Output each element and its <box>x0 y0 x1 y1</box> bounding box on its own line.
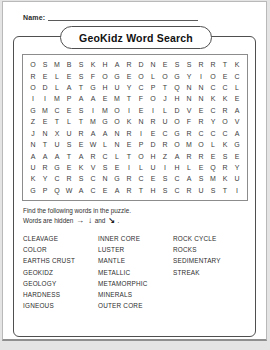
grid-cell-letter: R <box>147 116 159 127</box>
grid-cell-letter: G <box>111 173 123 184</box>
page-title: GeoKidz Word Search <box>79 32 193 44</box>
grid-cell-letter: Q <box>51 185 63 196</box>
instructions-and-word: and <box>95 217 106 224</box>
word-list-item: MINERALS <box>98 289 173 300</box>
grid-cell-letter: E <box>39 70 51 81</box>
grid-cell-letter: A <box>75 185 87 196</box>
grid-cell-letter: A <box>87 128 99 139</box>
worksheet-paper: Name: GeoKidz Word Search OSMBSKHARDNESS… <box>2 1 267 341</box>
grid-cell-letter: H <box>171 93 183 104</box>
name-blank-line <box>48 11 198 21</box>
grid-cell-letter: N <box>195 82 207 93</box>
grid-cell-letter: U <box>159 116 171 127</box>
grid-cell-letter: P <box>39 185 51 196</box>
grid-cell-letter: Q <box>207 162 219 173</box>
grid-cell-letter: G <box>51 162 63 173</box>
grid-cell-letter: R <box>183 185 195 196</box>
grid-cell-letter: H <box>147 185 159 196</box>
grid-cell-letter: Z <box>159 150 171 161</box>
instructions-line1: Find the following words in the puzzle. <box>23 206 131 216</box>
word-list-item: METAMORPHIC <box>98 278 173 289</box>
grid-cell-letter: A <box>183 173 195 184</box>
grid-cell-letter: R <box>207 59 219 70</box>
grid-cell-letter: S <box>39 59 51 70</box>
name-label: Name: <box>23 14 45 21</box>
grid-cell-letter: E <box>63 70 75 81</box>
word-list-item: CLEAVAGE <box>23 233 98 244</box>
grid-cell-letter: M <box>207 173 219 184</box>
grid-cell-letter: K <box>75 162 87 173</box>
grid-cell-letter: H <box>147 150 159 161</box>
grid-cell-letter: U <box>63 128 75 139</box>
grid-cell-letter: K <box>87 59 99 70</box>
grid-cell-letter: E <box>123 139 135 150</box>
word-list-item: STREAK <box>173 267 248 278</box>
grid-cell-letter: S <box>159 185 171 196</box>
grid-cell-letter: E <box>75 139 87 150</box>
grid-cell-letter: C <box>231 70 243 81</box>
grid-cell-letter: K <box>219 93 231 104</box>
word-list-item: COLOR <box>23 244 98 255</box>
grid-cell-letter: E <box>195 105 207 116</box>
grid-cell-letter: Q <box>171 82 183 93</box>
grid-cell-letter: G <box>231 139 243 150</box>
grid-cell-letter: A <box>231 105 243 116</box>
letter-grid: OSMBSKHARDNESSRRTKRELESFOGEOLOGYIOECODLA… <box>27 59 243 196</box>
grid-cell-letter: O <box>27 82 39 93</box>
word-list-item: MANTLE <box>98 255 173 266</box>
grid-cell-letter: O <box>27 59 39 70</box>
instructions-line2-prefix: Words are hidden <box>23 217 73 224</box>
grid-cell-letter: S <box>75 173 87 184</box>
grid-cell-letter: S <box>159 173 171 184</box>
grid-cell-letter: R <box>63 173 75 184</box>
grid-cell-letter: H <box>99 82 111 93</box>
grid-cell-letter: A <box>231 128 243 139</box>
grid-cell-letter: O <box>171 116 183 127</box>
grid-cell-letter: B <box>63 59 75 70</box>
grid-cell-letter: M <box>51 93 63 104</box>
grid-cell-letter: M <box>51 59 63 70</box>
grid-cell-letter: S <box>75 59 87 70</box>
grid-cell-letter: K <box>123 116 135 127</box>
grid-cell-letter: K <box>207 93 219 104</box>
grid-cell-letter: R <box>195 150 207 161</box>
puzzle-grid-box: OSMBSKHARDNESSRRTKRELESFOGEOLOGYIOECODLA… <box>22 54 248 201</box>
grid-cell-letter: N <box>111 139 123 150</box>
grid-cell-letter: T <box>75 116 87 127</box>
grid-cell-letter: R <box>183 128 195 139</box>
word-list-item: ROCKS <box>173 244 248 255</box>
grid-cell-letter: R <box>27 70 39 81</box>
grid-cell-letter: L <box>111 150 123 161</box>
instructions-line2: Words are hidden → ↓ and ↘ . <box>23 216 131 226</box>
word-list-item: EARTHS CRUST <box>23 255 98 266</box>
grid-cell-letter: G <box>27 185 39 196</box>
word-list-item: ROCK CYCLE <box>173 233 248 244</box>
grid-cell-letter: M <box>183 139 195 150</box>
grid-cell-letter: K <box>219 139 231 150</box>
grid-cell-letter: C <box>219 128 231 139</box>
grid-cell-letter: P <box>63 93 75 104</box>
grid-cell-letter: V <box>87 162 99 173</box>
grid-cell-letter: G <box>171 128 183 139</box>
grid-cell-letter: R <box>195 59 207 70</box>
grid-cell-letter: C <box>171 185 183 196</box>
grid-cell-letter: O <box>159 70 171 81</box>
grid-cell-letter: O <box>171 139 183 150</box>
word-list-item: INNER CORE <box>98 233 173 244</box>
grid-cell-letter: M <box>99 105 111 116</box>
word-list-item: IGNEOUS <box>23 300 98 311</box>
grid-cell-letter: C <box>51 173 63 184</box>
grid-cell-letter: C <box>195 128 207 139</box>
grid-cell-letter: E <box>219 70 231 81</box>
grid-cell-letter: I <box>147 105 159 116</box>
name-row: Name: <box>23 11 198 21</box>
grid-cell-letter: F <box>87 70 99 81</box>
grid-cell-letter: A <box>87 93 99 104</box>
grid-cell-letter: R <box>123 128 135 139</box>
grid-cell-letter: L <box>147 70 159 81</box>
grid-cell-letter: I <box>195 70 207 81</box>
grid-cell-letter: I <box>159 162 171 173</box>
grid-cell-letter: E <box>111 162 123 173</box>
grid-cell-letter: E <box>99 185 111 196</box>
grid-cell-letter: C <box>207 82 219 93</box>
word-list-item: LUSTER <box>98 244 173 255</box>
instructions-period: . <box>118 217 120 224</box>
grid-cell-letter: C <box>87 173 99 184</box>
grid-cell-letter: J <box>27 128 39 139</box>
grid-cell-letter: T <box>219 185 231 196</box>
grid-cell-letter: U <box>147 162 159 173</box>
grid-cell-letter: Y <box>183 70 195 81</box>
grid-cell-letter: R <box>219 105 231 116</box>
instructions: Find the following words in the puzzle. … <box>23 206 131 225</box>
grid-cell-letter: O <box>195 139 207 150</box>
grid-cell-letter: E <box>135 105 147 116</box>
grid-cell-letter: A <box>99 128 111 139</box>
grid-cell-letter: A <box>39 150 51 161</box>
grid-cell-letter: E <box>123 70 135 81</box>
grid-cell-letter: I <box>39 93 51 104</box>
grid-cell-letter: V <box>183 105 195 116</box>
grid-cell-letter: L <box>63 116 75 127</box>
grid-cell-letter: D <box>171 105 183 116</box>
grid-cell-letter: S <box>171 59 183 70</box>
grid-cell-letter: E <box>231 150 243 161</box>
grid-cell-letter: I <box>123 162 135 173</box>
grid-cell-letter: F <box>135 93 147 104</box>
grid-cell-letter: J <box>159 93 171 104</box>
grid-cell-letter: R <box>195 116 207 127</box>
grid-cell-letter: S <box>219 150 231 161</box>
word-list-column: ROCK CYCLEROCKSSEDIMENTARYSTREAK <box>173 233 248 311</box>
grid-cell-letter: O <box>99 70 111 81</box>
grid-cell-letter: T <box>135 185 147 196</box>
grid-cell-letter: Z <box>27 116 39 127</box>
grid-cell-letter: L <box>231 82 243 93</box>
grid-cell-letter: M <box>87 116 99 127</box>
grid-cell-letter: M <box>111 93 123 104</box>
grid-cell-letter: E <box>99 93 111 104</box>
grid-cell-letter: R <box>123 173 135 184</box>
grid-cell-letter: S <box>183 59 195 70</box>
grid-cell-letter: W <box>63 185 75 196</box>
grid-cell-letter: S <box>99 162 111 173</box>
grid-cell-letter: E <box>147 173 159 184</box>
word-list-column: CLEAVAGECOLOREARTHS CRUSTGEOKIDZGEOLOGYH… <box>23 233 98 311</box>
grid-cell-letter: A <box>111 59 123 70</box>
grid-cell-letter: R <box>123 185 135 196</box>
grid-cell-letter: N <box>111 128 123 139</box>
grid-cell-letter: W <box>87 139 99 150</box>
grid-cell-letter: N <box>147 59 159 70</box>
grid-cell-letter: C <box>159 128 171 139</box>
grid-cell-letter: I <box>135 128 147 139</box>
grid-cell-letter: T <box>123 93 135 104</box>
grid-cell-letter: T <box>39 139 51 150</box>
grid-cell-letter: E <box>63 105 75 116</box>
grid-cell-letter: G <box>99 116 111 127</box>
arrow-right-icon: → <box>75 216 85 225</box>
grid-cell-letter: T <box>63 150 75 161</box>
grid-cell-letter: H <box>99 59 111 70</box>
grid-cell-letter: L <box>99 139 111 150</box>
grid-cell-letter: C <box>135 82 147 93</box>
grid-cell-letter: L <box>183 162 195 173</box>
grid-cell-letter: X <box>51 128 63 139</box>
grid-cell-letter: I <box>123 105 135 116</box>
grid-cell-letter: C <box>207 128 219 139</box>
grid-cell-letter: D <box>147 139 159 150</box>
grid-cell-letter: T <box>219 59 231 70</box>
grid-cell-letter: K <box>231 59 243 70</box>
grid-cell-letter: M <box>39 105 51 116</box>
grid-cell-letter: D <box>39 82 51 93</box>
grid-cell-letter: C <box>99 150 111 161</box>
grid-cell-letter: R <box>87 150 99 161</box>
grid-cell-letter: T <box>123 150 135 161</box>
grid-cell-letter: G <box>27 105 39 116</box>
grid-cell-letter: R <box>39 162 51 173</box>
grid-cell-letter: R <box>159 139 171 150</box>
grid-cell-letter: A <box>171 150 183 161</box>
grid-cell-letter: A <box>51 150 63 161</box>
grid-cell-letter: E <box>207 150 219 161</box>
grid-cell-letter: P <box>147 82 159 93</box>
grid-cell-letter: R <box>183 150 195 161</box>
arrow-diagonal-icon: ↘ <box>107 216 116 225</box>
word-list-item: SEDIMENTARY <box>173 255 248 266</box>
grid-cell-letter: A <box>75 93 87 104</box>
grid-cell-letter: O <box>219 116 231 127</box>
grid-cell-letter: O <box>135 70 147 81</box>
grid-cell-letter: O <box>207 70 219 81</box>
grid-cell-letter: N <box>99 173 111 184</box>
grid-cell-letter: O <box>147 93 159 104</box>
grid-cell-letter: S <box>75 70 87 81</box>
grid-cell-letter: V <box>231 116 243 127</box>
grid-cell-letter: Y <box>231 162 243 173</box>
grid-cell-letter: A <box>27 150 39 161</box>
grid-cell-letter: S <box>195 173 207 184</box>
grid-cell-letter: Y <box>123 82 135 93</box>
grid-cell-letter: A <box>111 185 123 196</box>
grid-cell-letter: R <box>219 162 231 173</box>
grid-cell-letter: C <box>219 82 231 93</box>
grid-cell-letter: G <box>87 82 99 93</box>
word-list-item: GEOKIDZ <box>23 267 98 278</box>
grid-cell-letter: S <box>63 139 75 150</box>
grid-cell-letter: U <box>111 82 123 93</box>
grid-cell-letter: S <box>75 105 87 116</box>
grid-cell-letter: O <box>135 150 147 161</box>
grid-cell-letter: U <box>51 139 63 150</box>
grid-cell-letter: S <box>207 185 219 196</box>
arrow-down-icon: ↓ <box>87 216 93 225</box>
grid-cell-letter: N <box>195 93 207 104</box>
title-banner: GeoKidz Word Search <box>60 26 212 49</box>
grid-cell-letter: A <box>63 82 75 93</box>
grid-cell-letter: C <box>207 105 219 116</box>
grid-cell-letter: L <box>207 139 219 150</box>
grid-cell-letter: R <box>123 59 135 70</box>
grid-cell-letter: U <box>231 173 243 184</box>
grid-cell-letter: N <box>27 139 39 150</box>
grid-cell-letter: I <box>87 105 99 116</box>
grid-cell-letter: Y <box>207 116 219 127</box>
grid-cell-letter: T <box>75 82 87 93</box>
grid-cell-letter: C <box>135 173 147 184</box>
grid-cell-letter: E <box>39 116 51 127</box>
grid-cell-letter: C <box>171 173 183 184</box>
grid-cell-letter: P <box>135 139 147 150</box>
grid-cell-letter: A <box>75 150 87 161</box>
page-background: Name: GeoKidz Word Search OSMBSKHARDNESS… <box>0 0 270 350</box>
grid-cell-letter: K <box>27 173 39 184</box>
grid-cell-letter: L <box>51 70 63 81</box>
grid-cell-letter: G <box>171 70 183 81</box>
grid-cell-letter: N <box>135 116 147 127</box>
grid-cell-letter: U <box>195 185 207 196</box>
word-list-item: METALLIC <box>98 267 173 278</box>
grid-cell-letter: L <box>159 105 171 116</box>
word-list-column: INNER CORELUSTERMANTLEMETALLICMETAMORPHI… <box>98 233 173 311</box>
grid-cell-letter: O <box>111 116 123 127</box>
grid-cell-letter: I <box>27 93 39 104</box>
grid-cell-letter: T <box>159 82 171 93</box>
grid-cell-letter: R <box>75 128 87 139</box>
grid-cell-letter: E <box>231 93 243 104</box>
grid-cell-letter: F <box>183 116 195 127</box>
word-list-item: GEOLOGY <box>23 278 98 289</box>
grid-cell-letter: C <box>87 185 99 196</box>
grid-cell-letter: T <box>51 116 63 127</box>
grid-cell-letter: Y <box>39 173 51 184</box>
grid-cell-letter: D <box>135 59 147 70</box>
grid-cell-letter: E <box>63 162 75 173</box>
grid-cell-letter: H <box>171 162 183 173</box>
grid-cell-letter: L <box>135 162 147 173</box>
grid-cell-letter: L <box>51 82 63 93</box>
grid-cell-letter: U <box>27 162 39 173</box>
word-list-item: HARDNESS <box>23 289 98 300</box>
grid-cell-letter: N <box>183 82 195 93</box>
grid-cell-letter: N <box>183 93 195 104</box>
grid-cell-letter: I <box>231 185 243 196</box>
grid-cell-letter: O <box>111 105 123 116</box>
grid-cell-letter: E <box>195 162 207 173</box>
grid-cell-letter: K <box>219 173 231 184</box>
grid-cell-letter: N <box>39 128 51 139</box>
grid-cell-letter: C <box>51 105 63 116</box>
word-list-item: OUTER CORE <box>98 300 173 311</box>
grid-cell-letter: E <box>147 128 159 139</box>
word-list: CLEAVAGECOLOREARTHS CRUSTGEOKIDZGEOLOGYH… <box>23 233 248 311</box>
grid-cell-letter: G <box>111 70 123 81</box>
grid-cell-letter: E <box>159 59 171 70</box>
